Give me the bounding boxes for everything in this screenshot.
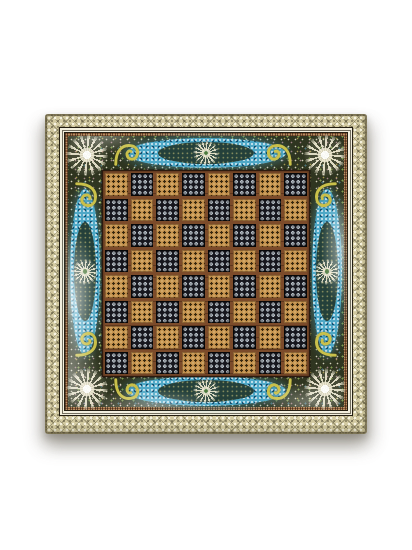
square-h7[interactable] [284,199,307,222]
square-d6[interactable] [182,224,205,247]
square-d8[interactable] [182,173,205,196]
square-b7[interactable] [131,199,154,222]
khatam-outer-frame [45,114,367,434]
square-d5[interactable] [182,250,205,273]
gold-scroll-icon [311,329,341,359]
gold-scroll-icon [112,140,142,170]
medallion-right-rosette-icon [314,259,340,285]
square-h4[interactable] [284,275,307,298]
square-b6[interactable] [131,224,154,247]
corner-rosette-top-right-icon [304,134,346,176]
square-a8[interactable] [105,173,128,196]
square-f3[interactable] [233,301,256,324]
square-g5[interactable] [259,250,282,273]
square-d2[interactable] [182,326,205,349]
square-b5[interactable] [131,250,154,273]
square-f4[interactable] [233,275,256,298]
square-e8[interactable] [208,173,231,196]
square-g7[interactable] [259,199,282,222]
square-h8[interactable] [284,173,307,196]
square-g3[interactable] [259,301,282,324]
square-a5[interactable] [105,250,128,273]
medallion-left-rosette-icon [72,259,98,285]
square-h1[interactable] [284,352,307,375]
square-a6[interactable] [105,224,128,247]
gold-scroll-icon [71,180,101,210]
square-a7[interactable] [105,199,128,222]
gold-scroll-icon [264,374,294,404]
square-a2[interactable] [105,326,128,349]
medallion-bottom [126,376,286,406]
pinstripe-border-inner [62,130,351,414]
gold-scroll-icon [112,374,142,404]
photo-background [0,0,412,550]
square-c6[interactable] [156,224,179,247]
square-c2[interactable] [156,326,179,349]
gold-scroll-icon [264,140,294,170]
square-e5[interactable] [208,250,231,273]
square-b3[interactable] [131,301,154,324]
square-e4[interactable] [208,275,231,298]
mosaic-inner-border [64,132,348,411]
square-f1[interactable] [233,352,256,375]
square-e1[interactable] [208,352,231,375]
square-a4[interactable] [105,275,128,298]
corner-rosette-bottom-right-icon [304,368,346,410]
square-g1[interactable] [259,352,282,375]
square-e7[interactable] [208,199,231,222]
square-b1[interactable] [131,352,154,375]
checkerboard [105,173,307,374]
square-a3[interactable] [105,301,128,324]
square-f6[interactable] [233,224,256,247]
gold-scroll-icon [311,180,341,210]
medallion-top-rosette-icon [193,140,219,166]
square-f8[interactable] [233,173,256,196]
square-g6[interactable] [259,224,282,247]
square-h6[interactable] [284,224,307,247]
square-b2[interactable] [131,326,154,349]
square-h3[interactable] [284,301,307,324]
pinstripe-border-outer [59,127,353,416]
square-c8[interactable] [156,173,179,196]
square-f7[interactable] [233,199,256,222]
square-b8[interactable] [131,173,154,196]
square-g4[interactable] [259,275,282,298]
square-c1[interactable] [156,352,179,375]
ornamental-margin [68,136,344,407]
chess-board [45,114,367,434]
square-f2[interactable] [233,326,256,349]
square-h2[interactable] [284,326,307,349]
checkerboard-frame [102,170,310,377]
square-b4[interactable] [131,275,154,298]
square-e6[interactable] [208,224,231,247]
square-d3[interactable] [182,301,205,324]
square-h5[interactable] [284,250,307,273]
square-f5[interactable] [233,250,256,273]
square-a1[interactable] [105,352,128,375]
square-c7[interactable] [156,199,179,222]
square-g2[interactable] [259,326,282,349]
square-c5[interactable] [156,250,179,273]
square-g8[interactable] [259,173,282,196]
square-c4[interactable] [156,275,179,298]
square-d1[interactable] [182,352,205,375]
square-c3[interactable] [156,301,179,324]
medallion-bottom-rosette-icon [193,378,219,404]
square-d7[interactable] [182,199,205,222]
square-e2[interactable] [208,326,231,349]
square-e3[interactable] [208,301,231,324]
square-d4[interactable] [182,275,205,298]
medallion-top [126,138,286,168]
gold-scroll-icon [71,329,101,359]
